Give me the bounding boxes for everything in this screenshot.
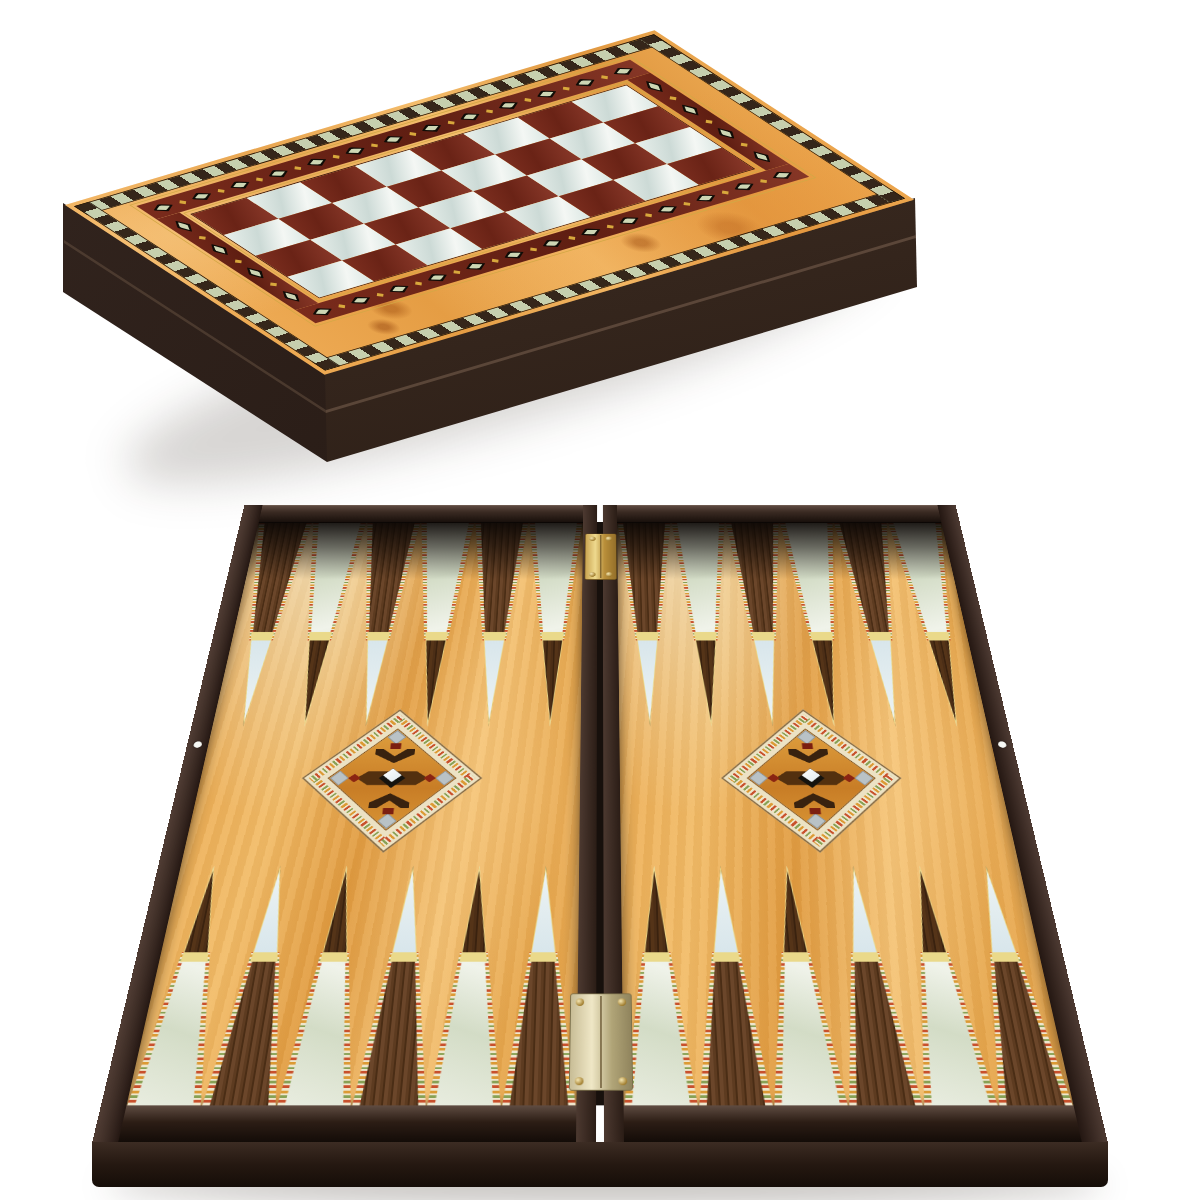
mosaic-diamond: [767, 169, 797, 182]
mosaic-gold-square: [371, 143, 378, 147]
board-half-right-field: [617, 522, 1073, 1105]
mosaic-diamond: [307, 305, 337, 318]
magnet-dot-right: [997, 741, 1007, 747]
mosaic-gold-square: [409, 132, 416, 136]
medallion-motif: [341, 743, 441, 815]
mosaic-gold-square: [491, 259, 498, 263]
mosaic-diamond: [187, 190, 217, 203]
mosaic-gold-square: [760, 179, 767, 183]
mosaic-gold-square: [217, 189, 224, 193]
mosaic-gold-square: [453, 270, 460, 274]
mosaic-diamond: [729, 180, 759, 193]
mosaic-gold-square: [645, 213, 652, 217]
product-photo: [0, 0, 1200, 1200]
mosaic-gold-square: [234, 259, 241, 263]
points-left-top: [212, 522, 583, 726]
mosaic-diamond: [570, 76, 600, 89]
mosaic-diamond: [691, 192, 721, 205]
open-board: [92, 505, 1108, 1143]
mosaic-gold-square: [415, 281, 422, 285]
mosaic-gold-square: [447, 120, 454, 124]
mosaic-diamond: [378, 133, 408, 146]
mosaic-diamond: [461, 260, 491, 273]
mosaic-diamond: [148, 201, 178, 214]
screw-icon: [606, 572, 613, 577]
mosaic-diamond: [608, 65, 638, 78]
mosaic-gold-square: [198, 236, 205, 240]
mosaic-diamond: [346, 294, 376, 307]
mosaic-gold-square: [721, 190, 728, 194]
mosaic-gold-square: [256, 177, 263, 181]
mosaic-gold-square: [741, 143, 748, 147]
screw-icon: [606, 537, 612, 541]
medallion-right: [721, 709, 901, 852]
mosaic-gold-square: [669, 96, 676, 100]
mosaic-diamond: [340, 144, 370, 157]
mosaic-diamond: [493, 99, 523, 112]
mosaic-gold-square: [568, 236, 575, 240]
board-half-left-field: [127, 522, 583, 1105]
mosaic-diamond: [455, 110, 485, 123]
point-pearl: [519, 522, 583, 726]
mosaic-diamond: [417, 122, 447, 135]
mosaic-gold-square: [179, 200, 186, 204]
mosaic-diamond: [499, 248, 529, 261]
rail-top-left-half: [240, 505, 597, 523]
mosaic-gold-square: [486, 109, 493, 113]
mosaic-gold-square: [376, 293, 383, 297]
mosaic-gold-square: [601, 75, 608, 79]
rail-top-right-half: [603, 505, 960, 523]
point-wenge: [501, 866, 579, 1106]
point-wenge: [617, 522, 681, 726]
mosaic-gold-square: [524, 98, 531, 102]
mosaic-gold-square: [270, 283, 277, 287]
mosaic-gold-square: [338, 304, 345, 308]
mosaic-gold-square: [332, 155, 339, 159]
mosaic-diamond: [384, 283, 414, 296]
mosaic-diamond: [614, 214, 644, 227]
mosaic-gold-square: [530, 247, 537, 251]
mosaic-gold-square: [705, 120, 712, 124]
hinge-top: [585, 534, 617, 580]
screw-icon: [589, 572, 596, 577]
mosaic-diamond: [576, 226, 606, 239]
points-left-bottom: [127, 866, 580, 1106]
mosaic-gold-square: [562, 86, 569, 90]
mosaic-gold-square: [294, 166, 301, 170]
open-board-surface: [92, 505, 1108, 1143]
hinge-bottom: [569, 993, 633, 1090]
board-front-edge: [92, 1142, 1108, 1187]
mosaic-gold-square: [606, 224, 613, 228]
mosaic-diamond: [302, 156, 332, 169]
mosaic-diamond: [225, 179, 255, 192]
rail-bottom-right-half: [604, 1105, 1108, 1143]
mosaic-gold-square: [683, 202, 690, 206]
mosaic-diamond: [532, 88, 562, 101]
mosaic-diamond: [422, 271, 452, 284]
mosaic-diamond: [652, 203, 682, 216]
mosaic-diamond: [537, 237, 567, 250]
mosaic-diamond: [263, 167, 293, 180]
medallion-left: [302, 709, 482, 852]
hinge-knuckle: [600, 535, 601, 578]
points-right-top: [617, 522, 988, 726]
rail-bottom-left-half: [92, 1105, 596, 1143]
points-right-bottom: [621, 866, 1074, 1106]
screw-icon: [589, 537, 595, 541]
